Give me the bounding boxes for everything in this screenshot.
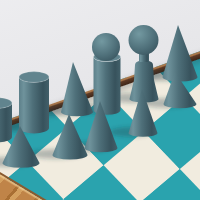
piece-bishop-c1[interactable]: [61, 62, 93, 116]
pieces-layer: [0, 0, 200, 200]
piece-queen-d1[interactable]: [92, 33, 121, 115]
piece-pawn-b2[interactable]: [53, 114, 88, 160]
piece-bishop-f1[interactable]: [163, 25, 198, 82]
piece-rook-b1[interactable]: [19, 72, 49, 134]
piece-rook-a1[interactable]: [0, 98, 12, 143]
chess-set-photo: [0, 0, 200, 200]
piece-king-e1[interactable]: [129, 25, 159, 103]
